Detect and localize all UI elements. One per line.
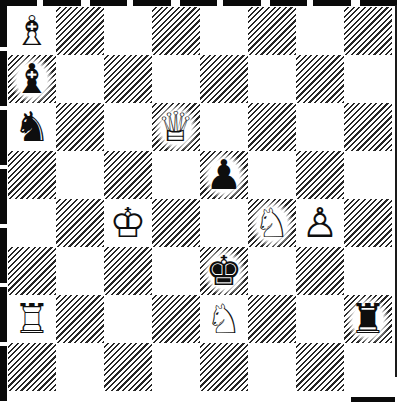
square-b6[interactable] bbox=[56, 103, 104, 151]
black-rook-piece: ♜ bbox=[344, 295, 392, 343]
square-c1[interactable] bbox=[104, 343, 152, 391]
square-h5[interactable] bbox=[344, 151, 392, 199]
square-h1[interactable] bbox=[344, 343, 392, 391]
square-c3[interactable] bbox=[104, 247, 152, 295]
square-h7[interactable] bbox=[344, 55, 392, 103]
square-e6[interactable] bbox=[200, 103, 248, 151]
square-h3[interactable] bbox=[344, 247, 392, 295]
square-g1[interactable] bbox=[296, 343, 344, 391]
square-h2[interactable]: ♜ bbox=[344, 295, 392, 343]
square-b8[interactable] bbox=[56, 7, 104, 55]
square-g6[interactable] bbox=[296, 103, 344, 151]
square-c7[interactable] bbox=[104, 55, 152, 103]
white-queen-piece: ♕ bbox=[152, 103, 200, 151]
square-a3[interactable] bbox=[8, 247, 56, 295]
square-a2[interactable]: ♖ bbox=[8, 295, 56, 343]
square-e3[interactable]: ♚ bbox=[200, 247, 248, 295]
square-g8[interactable] bbox=[296, 7, 344, 55]
square-f1[interactable] bbox=[248, 343, 296, 391]
square-h8[interactable] bbox=[344, 7, 392, 55]
square-h6[interactable] bbox=[344, 103, 392, 151]
square-d6[interactable]: ♕ bbox=[152, 103, 200, 151]
square-a8[interactable]: ♗ bbox=[8, 7, 56, 55]
white-knight-piece: ♘ bbox=[200, 295, 248, 343]
square-d4[interactable] bbox=[152, 199, 200, 247]
square-a5[interactable] bbox=[8, 151, 56, 199]
square-h4[interactable] bbox=[344, 199, 392, 247]
square-e1[interactable] bbox=[200, 343, 248, 391]
square-e7[interactable] bbox=[200, 55, 248, 103]
square-d5[interactable] bbox=[152, 151, 200, 199]
square-f6[interactable] bbox=[248, 103, 296, 151]
square-a7[interactable]: ♝ bbox=[8, 55, 56, 103]
black-knight-piece: ♞ bbox=[8, 103, 56, 151]
board-frame-right bbox=[395, 5, 397, 377]
square-g2[interactable] bbox=[296, 295, 344, 343]
square-f4[interactable]: ♘ bbox=[248, 199, 296, 247]
square-d7[interactable] bbox=[152, 55, 200, 103]
printed-chess-diagram: ♗♝♞♕♟♔♘♙♚♖♘♜ bbox=[0, 0, 399, 405]
square-f5[interactable] bbox=[248, 151, 296, 199]
black-king-piece: ♚ bbox=[200, 247, 248, 295]
board-frame-left bbox=[0, 0, 7, 401]
square-d2[interactable] bbox=[152, 295, 200, 343]
square-b2[interactable] bbox=[56, 295, 104, 343]
black-bishop-piece: ♝ bbox=[8, 55, 56, 103]
square-d1[interactable] bbox=[152, 343, 200, 391]
square-f7[interactable] bbox=[248, 55, 296, 103]
square-c6[interactable] bbox=[104, 103, 152, 151]
square-e4[interactable] bbox=[200, 199, 248, 247]
square-b1[interactable] bbox=[56, 343, 104, 391]
square-d3[interactable] bbox=[152, 247, 200, 295]
square-c2[interactable] bbox=[104, 295, 152, 343]
board-frame-top bbox=[0, 0, 399, 6]
square-f3[interactable] bbox=[248, 247, 296, 295]
white-king-piece: ♔ bbox=[104, 199, 152, 247]
square-c5[interactable] bbox=[104, 151, 152, 199]
square-d8[interactable] bbox=[152, 7, 200, 55]
square-a1[interactable] bbox=[8, 343, 56, 391]
square-b5[interactable] bbox=[56, 151, 104, 199]
square-c8[interactable] bbox=[104, 7, 152, 55]
white-rook-piece: ♖ bbox=[8, 295, 56, 343]
square-g5[interactable] bbox=[296, 151, 344, 199]
square-g4[interactable]: ♙ bbox=[296, 199, 344, 247]
white-knight-piece: ♘ bbox=[248, 199, 296, 247]
square-e2[interactable]: ♘ bbox=[200, 295, 248, 343]
square-e5[interactable]: ♟ bbox=[200, 151, 248, 199]
board-frame-bottom-fragment bbox=[351, 397, 395, 402]
square-e8[interactable] bbox=[200, 7, 248, 55]
square-a4[interactable] bbox=[8, 199, 56, 247]
square-g3[interactable] bbox=[296, 247, 344, 295]
square-b3[interactable] bbox=[56, 247, 104, 295]
black-pawn-piece: ♟ bbox=[200, 151, 248, 199]
white-bishop-piece: ♗ bbox=[8, 7, 56, 55]
square-b4[interactable] bbox=[56, 199, 104, 247]
square-f2[interactable] bbox=[248, 295, 296, 343]
square-c4[interactable]: ♔ bbox=[104, 199, 152, 247]
square-b7[interactable] bbox=[56, 55, 104, 103]
square-g7[interactable] bbox=[296, 55, 344, 103]
square-a6[interactable]: ♞ bbox=[8, 103, 56, 151]
square-f8[interactable] bbox=[248, 7, 296, 55]
chess-board: ♗♝♞♕♟♔♘♙♚♖♘♜ bbox=[8, 7, 392, 391]
white-pawn-piece: ♙ bbox=[296, 199, 344, 247]
